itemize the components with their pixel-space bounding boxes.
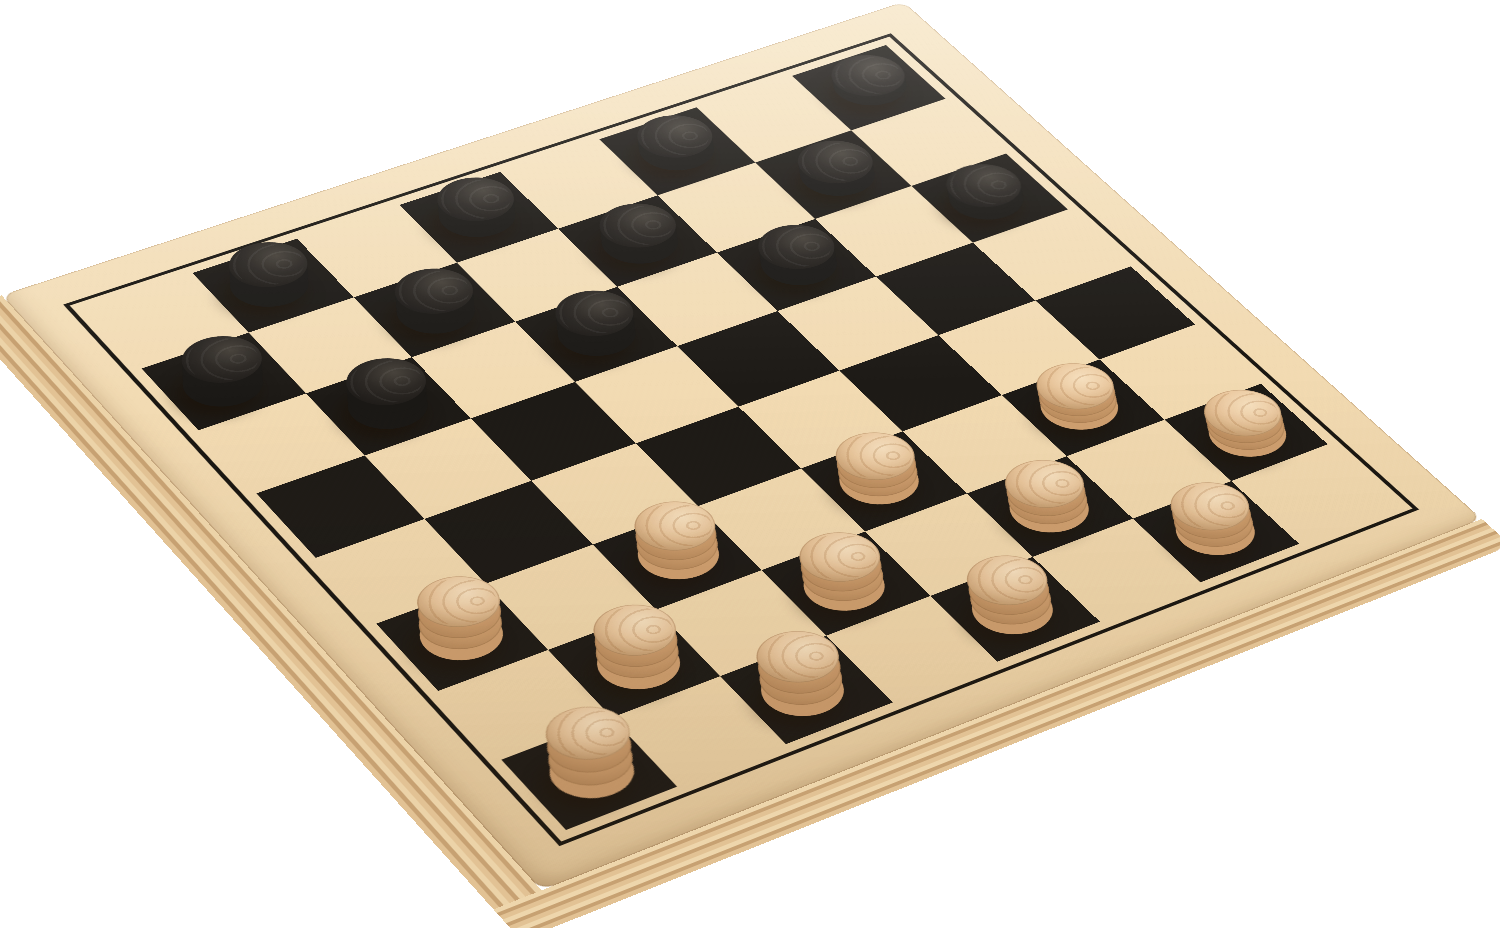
natural-checker[interactable]: ⛀ bbox=[745, 654, 859, 726]
black-checker[interactable]: ⛂ bbox=[746, 233, 851, 294]
natural-checker[interactable]: ⛀ bbox=[788, 551, 900, 620]
black-checker[interactable]: ⛂ bbox=[425, 185, 530, 245]
black-checker[interactable]: ⛂ bbox=[169, 350, 278, 415]
black-checker[interactable]: ⛂ bbox=[217, 253, 323, 315]
natural-checker[interactable]: ⛀ bbox=[1193, 401, 1301, 465]
black-checker[interactable]: ⛂ bbox=[934, 169, 1037, 228]
natural-checker[interactable]: ⛀ bbox=[824, 447, 933, 513]
black-checker[interactable]: ⛂ bbox=[543, 301, 650, 364]
natural-checker[interactable]: ⛀ bbox=[581, 627, 695, 698]
board-grid: ⛂⛂⛀⛂⛀⛀⛂⛂⛀⛂⛀⛀⛂⛂⛀⛂⛀⛀⛂⛂⛀⛂⛀⛀ bbox=[86, 45, 1396, 830]
product-photo-scene: ⛂⛂⛀⛂⛀⛀⛂⛂⛀⛂⛀⛀⛂⛂⛀⛂⛀⛀⛂⛂⛀⛂⛀⛀ bbox=[0, 0, 1500, 928]
natural-checker[interactable]: ⛀ bbox=[623, 520, 734, 588]
natural-checker[interactable]: ⛀ bbox=[1026, 374, 1133, 438]
natural-checker[interactable]: ⛀ bbox=[1160, 497, 1270, 564]
natural-checker[interactable]: ⛀ bbox=[957, 574, 1069, 643]
black-checker[interactable]: ⛂ bbox=[333, 373, 442, 438]
black-checker[interactable]: ⛂ bbox=[786, 145, 889, 203]
natural-checker[interactable]: ⛀ bbox=[405, 599, 518, 670]
black-checker[interactable]: ⛂ bbox=[382, 279, 489, 341]
black-checker[interactable]: ⛂ bbox=[626, 120, 729, 178]
black-checker[interactable]: ⛂ bbox=[588, 211, 693, 271]
natural-checker[interactable]: ⛀ bbox=[995, 475, 1105, 541]
natural-checker[interactable]: ⛀ bbox=[534, 734, 650, 808]
checkers-board: ⛂⛂⛀⛂⛀⛀⛂⛂⛀⛂⛀⛀⛂⛂⛀⛂⛀⛀⛂⛂⛀⛂⛀⛀ bbox=[86, 45, 1396, 830]
black-checker[interactable]: ⛂ bbox=[819, 57, 920, 113]
